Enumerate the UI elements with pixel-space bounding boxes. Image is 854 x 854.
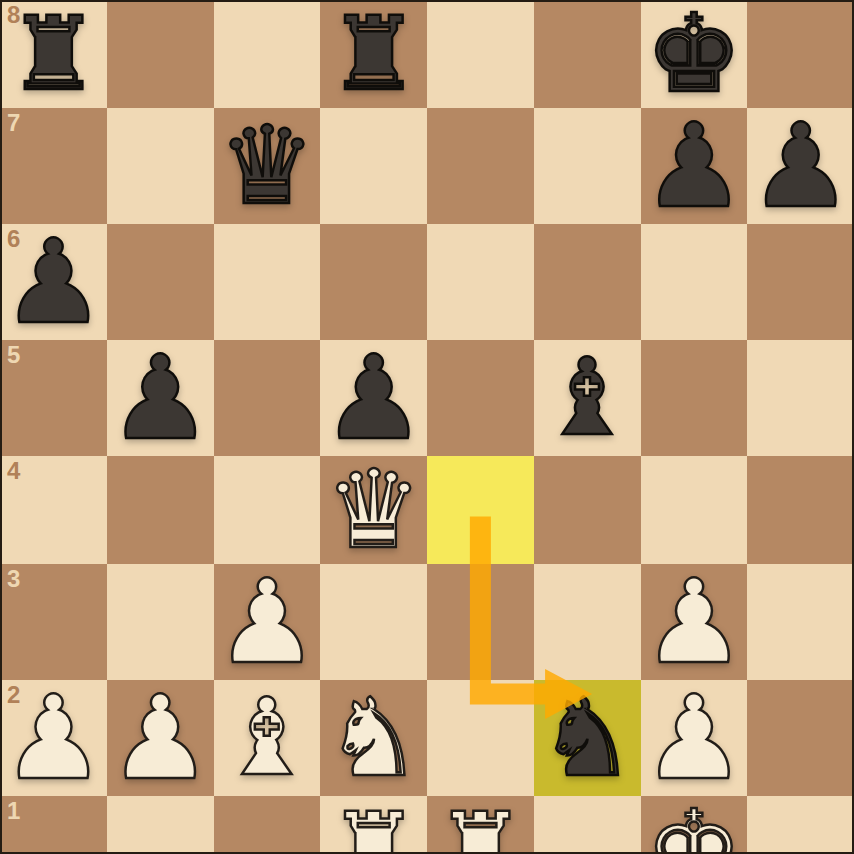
- piece-black-pawn-d5[interactable]: ♟: [322, 340, 426, 456]
- piece-black-pawn-a6[interactable]: ♟: [1, 224, 105, 340]
- square-g3[interactable]: ♟: [641, 564, 748, 680]
- square-c6[interactable]: [214, 224, 321, 340]
- square-c3[interactable]: ♟: [214, 564, 321, 680]
- piece-white-pawn-c3[interactable]: ♟: [215, 564, 319, 680]
- piece-white-pawn-a2[interactable]: ♟: [1, 680, 105, 796]
- square-b2[interactable]: ♟: [107, 680, 214, 796]
- piece-white-knight-d2[interactable]: ♞: [325, 684, 422, 792]
- square-e8[interactable]: [427, 0, 534, 108]
- square-b7[interactable]: [107, 108, 214, 224]
- square-e2[interactable]: [427, 680, 534, 796]
- piece-black-pawn-b5[interactable]: ♟: [108, 340, 212, 456]
- piece-black-pawn-h7[interactable]: ♟: [749, 108, 853, 224]
- square-e7[interactable]: [427, 108, 534, 224]
- square-h5[interactable]: [747, 340, 854, 456]
- piece-black-king-g8[interactable]: ♚: [645, 0, 742, 108]
- square-b4[interactable]: [107, 456, 214, 564]
- square-d6[interactable]: [320, 224, 427, 340]
- square-f8[interactable]: [534, 0, 641, 108]
- piece-black-rook-a8[interactable]: ♜: [8, 3, 99, 105]
- square-a4[interactable]: 4: [0, 456, 107, 564]
- square-d5[interactable]: ♟: [320, 340, 427, 456]
- square-g4[interactable]: [641, 456, 748, 564]
- square-c8[interactable]: [214, 0, 321, 108]
- square-a7[interactable]: 7: [0, 108, 107, 224]
- chess-board-container: 8♜♜♚7♛♟♟6♟5♟♟♝4♛3♟♟2♟♟♝♞♞♟1abcd♜e♜fg♚h: [0, 0, 854, 854]
- square-g2[interactable]: ♟: [641, 680, 748, 796]
- square-a3[interactable]: 3: [0, 564, 107, 680]
- square-f4[interactable]: [534, 456, 641, 564]
- square-a2[interactable]: 2♟: [0, 680, 107, 796]
- square-d3[interactable]: [320, 564, 427, 680]
- square-g5[interactable]: [641, 340, 748, 456]
- square-h2[interactable]: [747, 680, 854, 796]
- square-h8[interactable]: [747, 0, 854, 108]
- square-f6[interactable]: [534, 224, 641, 340]
- square-h6[interactable]: [747, 224, 854, 340]
- piece-white-queen-d4[interactable]: ♛: [325, 456, 422, 564]
- piece-black-bishop-f5[interactable]: ♝: [540, 345, 635, 451]
- square-e1[interactable]: e♜: [427, 796, 534, 854]
- square-e6[interactable]: [427, 224, 534, 340]
- piece-black-knight-f2[interactable]: ♞: [539, 684, 636, 792]
- square-g8[interactable]: ♚: [641, 0, 748, 108]
- square-b6[interactable]: [107, 224, 214, 340]
- square-e4[interactable]: [427, 456, 534, 564]
- square-e3[interactable]: [427, 564, 534, 680]
- square-e5[interactable]: [427, 340, 534, 456]
- square-g6[interactable]: [641, 224, 748, 340]
- square-f7[interactable]: [534, 108, 641, 224]
- square-g1[interactable]: g♚: [641, 796, 748, 854]
- square-b5[interactable]: ♟: [107, 340, 214, 456]
- square-a8[interactable]: 8♜: [0, 0, 107, 108]
- square-a5[interactable]: 5: [0, 340, 107, 456]
- piece-white-king-g1[interactable]: ♚: [645, 796, 742, 854]
- square-g7[interactable]: ♟: [641, 108, 748, 224]
- square-d8[interactable]: ♜: [320, 0, 427, 108]
- piece-black-queen-c7[interactable]: ♛: [218, 112, 315, 220]
- square-h1[interactable]: h: [747, 796, 854, 854]
- square-d7[interactable]: [320, 108, 427, 224]
- square-c4[interactable]: [214, 456, 321, 564]
- square-f5[interactable]: ♝: [534, 340, 641, 456]
- square-c1[interactable]: c: [214, 796, 321, 854]
- piece-white-pawn-g2[interactable]: ♟: [642, 680, 746, 796]
- piece-black-pawn-g7[interactable]: ♟: [642, 108, 746, 224]
- rank-label-7: 7: [7, 111, 20, 135]
- square-d1[interactable]: d♜: [320, 796, 427, 854]
- square-d2[interactable]: ♞: [320, 680, 427, 796]
- chess-board: 8♜♜♚7♛♟♟6♟5♟♟♝4♛3♟♟2♟♟♝♞♞♟1abcd♜e♜fg♚h: [0, 0, 854, 854]
- square-d4[interactable]: ♛: [320, 456, 427, 564]
- square-f1[interactable]: f: [534, 796, 641, 854]
- piece-black-rook-d8[interactable]: ♜: [328, 3, 419, 105]
- piece-white-rook-e1[interactable]: ♜: [435, 799, 526, 854]
- square-c7[interactable]: ♛: [214, 108, 321, 224]
- square-c2[interactable]: ♝: [214, 680, 321, 796]
- square-h4[interactable]: [747, 456, 854, 564]
- square-f3[interactable]: [534, 564, 641, 680]
- square-b3[interactable]: [107, 564, 214, 680]
- piece-white-pawn-g3[interactable]: ♟: [642, 564, 746, 680]
- square-h7[interactable]: ♟: [747, 108, 854, 224]
- piece-white-bishop-c2[interactable]: ♝: [219, 685, 314, 791]
- rank-label-4: 4: [7, 459, 20, 483]
- piece-white-pawn-b2[interactable]: ♟: [108, 680, 212, 796]
- rank-label-3: 3: [7, 567, 20, 591]
- square-h3[interactable]: [747, 564, 854, 680]
- square-c5[interactable]: [214, 340, 321, 456]
- square-f2[interactable]: ♞: [534, 680, 641, 796]
- square-a6[interactable]: 6♟: [0, 224, 107, 340]
- piece-white-rook-d1[interactable]: ♜: [328, 799, 419, 854]
- square-b8[interactable]: [107, 0, 214, 108]
